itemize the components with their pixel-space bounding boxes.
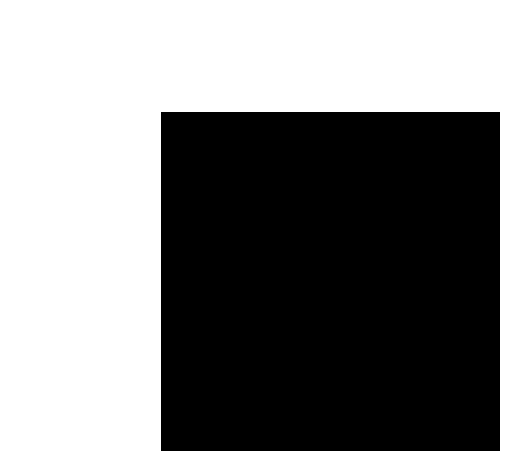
puzzle-grid <box>161 112 500 451</box>
column-clues-area <box>165 10 498 112</box>
puzzle-canvas <box>0 0 506 461</box>
row-clues-area <box>37 114 157 447</box>
